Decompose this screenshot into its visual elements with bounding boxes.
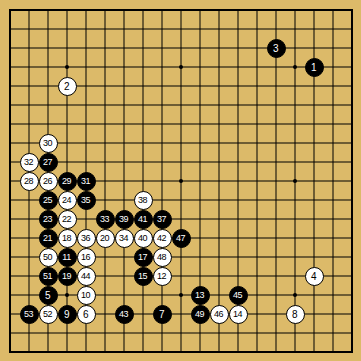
move-number: 9	[64, 309, 69, 320]
stone-black-53[interactable]: 53	[20, 305, 39, 324]
star-point	[65, 293, 69, 297]
stone-black-23[interactable]: 23	[39, 210, 58, 229]
stone-white-44[interactable]: 44	[77, 267, 96, 286]
stone-black-27[interactable]: 27	[39, 153, 58, 172]
move-number: 4	[311, 271, 316, 282]
stone-white-46[interactable]: 46	[210, 305, 229, 324]
stone-black-19[interactable]: 19	[58, 267, 77, 286]
star-point	[179, 179, 183, 183]
move-number: 21	[43, 233, 52, 243]
move-number: 51	[43, 271, 52, 281]
move-number: 48	[157, 252, 166, 262]
stone-black-47[interactable]: 47	[172, 229, 191, 248]
stone-black-13[interactable]: 13	[191, 286, 210, 305]
move-number: 31	[81, 176, 90, 186]
go-board[interactable]: 1234567891011121314151617181920212223242…	[0, 0, 361, 361]
stone-white-38[interactable]: 38	[134, 191, 153, 210]
move-number: 13	[195, 290, 204, 300]
move-number: 34	[119, 233, 128, 243]
stone-black-45[interactable]: 45	[229, 286, 248, 305]
move-number: 52	[43, 309, 52, 319]
move-number: 50	[43, 252, 52, 262]
stone-black-43[interactable]: 43	[115, 305, 134, 324]
move-number: 7	[159, 309, 164, 320]
move-number: 44	[81, 271, 90, 281]
move-number: 41	[138, 214, 147, 224]
move-number: 12	[157, 271, 166, 281]
stone-white-28[interactable]: 28	[20, 172, 39, 191]
move-number: 40	[138, 233, 147, 243]
stone-black-35[interactable]: 35	[77, 191, 96, 210]
stone-black-1[interactable]: 1	[305, 58, 324, 77]
move-number: 11	[62, 252, 70, 262]
stone-black-15[interactable]: 15	[134, 267, 153, 286]
move-number: 25	[43, 195, 52, 205]
stone-white-14[interactable]: 14	[229, 305, 248, 324]
stone-black-39[interactable]: 39	[115, 210, 134, 229]
stone-white-2[interactable]: 2	[58, 77, 77, 96]
stone-white-26[interactable]: 26	[39, 172, 58, 191]
stone-white-36[interactable]: 36	[77, 229, 96, 248]
go-diagram: 1234567891011121314151617181920212223242…	[0, 0, 361, 361]
stone-black-21[interactable]: 21	[39, 229, 58, 248]
stone-white-34[interactable]: 34	[115, 229, 134, 248]
move-number: 42	[157, 233, 166, 243]
stone-white-22[interactable]: 22	[58, 210, 77, 229]
move-number: 5	[45, 290, 50, 301]
move-number: 39	[119, 214, 128, 224]
stone-black-37[interactable]: 37	[153, 210, 172, 229]
stone-black-17[interactable]: 17	[134, 248, 153, 267]
move-number: 29	[62, 176, 71, 186]
stone-white-52[interactable]: 52	[39, 305, 58, 324]
move-number: 30	[43, 138, 52, 148]
stone-white-48[interactable]: 48	[153, 248, 172, 267]
stone-black-49[interactable]: 49	[191, 305, 210, 324]
star-point	[65, 65, 69, 69]
move-number: 46	[214, 309, 223, 319]
stone-white-4[interactable]: 4	[305, 267, 324, 286]
move-number: 2	[64, 81, 69, 92]
move-number: 32	[24, 157, 33, 167]
stone-white-32[interactable]: 32	[20, 153, 39, 172]
move-number: 28	[24, 176, 33, 186]
stone-white-16[interactable]: 16	[77, 248, 96, 267]
move-number: 38	[138, 195, 147, 205]
move-number: 16	[81, 252, 90, 262]
stone-white-6[interactable]: 6	[77, 305, 96, 324]
stone-black-31[interactable]: 31	[77, 172, 96, 191]
stone-black-51[interactable]: 51	[39, 267, 58, 286]
stone-black-41[interactable]: 41	[134, 210, 153, 229]
move-number: 17	[138, 252, 147, 262]
move-number: 20	[100, 233, 109, 243]
stone-black-7[interactable]: 7	[153, 305, 172, 324]
stone-white-24[interactable]: 24	[58, 191, 77, 210]
stone-black-5[interactable]: 5	[39, 286, 58, 305]
stone-white-8[interactable]: 8	[286, 305, 305, 324]
move-number: 33	[100, 214, 109, 224]
move-number: 10	[81, 290, 90, 300]
stone-black-3[interactable]: 3	[267, 39, 286, 58]
move-number: 37	[157, 214, 166, 224]
move-number: 22	[62, 214, 71, 224]
stone-black-29[interactable]: 29	[58, 172, 77, 191]
stone-white-10[interactable]: 10	[77, 286, 96, 305]
stone-white-30[interactable]: 30	[39, 134, 58, 153]
stone-white-18[interactable]: 18	[58, 229, 77, 248]
move-number: 18	[62, 233, 71, 243]
move-number: 6	[83, 309, 88, 320]
stone-black-33[interactable]: 33	[96, 210, 115, 229]
star-point	[293, 65, 297, 69]
move-number: 43	[119, 309, 128, 319]
move-number: 24	[62, 195, 71, 205]
move-number: 3	[273, 43, 278, 54]
move-number: 53	[24, 309, 33, 319]
move-number: 49	[195, 309, 204, 319]
move-number: 36	[81, 233, 90, 243]
move-number: 8	[292, 309, 297, 320]
move-number: 23	[43, 214, 52, 224]
move-number: 35	[81, 195, 90, 205]
stone-white-40[interactable]: 40	[134, 229, 153, 248]
move-number: 19	[62, 271, 71, 281]
move-number: 14	[233, 309, 242, 319]
stone-white-50[interactable]: 50	[39, 248, 58, 267]
move-number: 26	[43, 176, 52, 186]
star-point	[293, 179, 297, 183]
stone-white-20[interactable]: 20	[96, 229, 115, 248]
star-point	[179, 293, 183, 297]
move-number: 47	[176, 233, 185, 243]
stone-black-11[interactable]: 11	[58, 248, 77, 267]
star-point	[179, 65, 183, 69]
move-number: 15	[138, 271, 147, 281]
move-number: 1	[311, 62, 316, 73]
stone-black-25[interactable]: 25	[39, 191, 58, 210]
stone-black-9[interactable]: 9	[58, 305, 77, 324]
move-number: 27	[43, 157, 52, 167]
star-point	[293, 293, 297, 297]
stone-white-12[interactable]: 12	[153, 267, 172, 286]
move-number: 45	[233, 290, 242, 300]
stone-white-42[interactable]: 42	[153, 229, 172, 248]
